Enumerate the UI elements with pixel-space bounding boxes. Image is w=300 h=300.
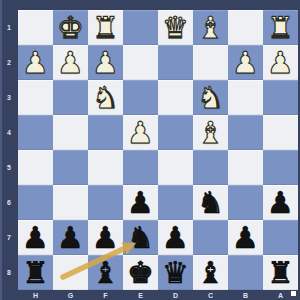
square-e6[interactable]: ♟ [123,185,158,220]
piece-black-king[interactable]: ♚ [127,255,154,290]
square-b6[interactable] [228,185,263,220]
square-d8[interactable]: ♛ [158,255,193,290]
rank-label-4: 4 [0,115,18,150]
piece-black-rook[interactable]: ♜ [22,255,49,290]
piece-white-knight[interactable]: ♞ [197,80,224,115]
square-c6[interactable]: ♞ [193,185,228,220]
square-g4[interactable] [53,115,88,150]
square-a7[interactable] [263,220,298,255]
piece-white-pawn[interactable]: ♟ [92,45,119,80]
piece-white-rook[interactable]: ♜ [92,10,119,45]
square-e2[interactable] [123,45,158,80]
square-f2[interactable]: ♟ [88,45,123,80]
piece-black-knight[interactable]: ♞ [197,185,224,220]
square-b4[interactable] [228,115,263,150]
square-h4[interactable] [18,115,53,150]
square-e8[interactable]: ♚ [123,255,158,290]
square-a6[interactable]: ♟ [263,185,298,220]
square-a1[interactable]: ♜ [263,10,298,45]
piece-black-pawn[interactable]: ♟ [232,220,259,255]
square-e1[interactable] [123,10,158,45]
square-c4[interactable]: ♝ [193,115,228,150]
square-d3[interactable] [158,80,193,115]
piece-black-pawn[interactable]: ♟ [22,220,49,255]
square-a5[interactable] [263,150,298,185]
file-label-e: E [123,290,158,300]
file-label-h: H [18,290,53,300]
piece-white-pawn[interactable]: ♟ [22,45,49,80]
square-g5[interactable] [53,150,88,185]
square-c7[interactable] [193,220,228,255]
square-b1[interactable] [228,10,263,45]
square-b8[interactable] [228,255,263,290]
square-f4[interactable] [88,115,123,150]
rank-label-8: 8 [0,255,18,290]
square-a3[interactable] [263,80,298,115]
piece-black-rook[interactable]: ♜ [267,255,294,290]
piece-white-pawn[interactable]: ♟ [232,45,259,80]
square-c1[interactable]: ♝ [193,10,228,45]
rank-label-1: 1 [0,10,18,45]
rank-label-3: 3 [0,80,18,115]
piece-black-queen[interactable]: ♛ [162,255,189,290]
chess-widget: 12345678 ♚♜♛♝♜♟♟♟♟♟♞♞♟♝♟♞♟♟♟♟♞♟♟♜♝♚♛♝♜ H… [0,0,300,300]
piece-black-pawn[interactable]: ♟ [162,220,189,255]
piece-white-king[interactable]: ♚ [57,10,84,45]
square-g7[interactable]: ♟ [53,220,88,255]
piece-black-pawn[interactable]: ♟ [267,185,294,220]
square-d5[interactable] [158,150,193,185]
square-h1[interactable] [18,10,53,45]
square-g8[interactable] [53,255,88,290]
square-b5[interactable] [228,150,263,185]
square-h3[interactable] [18,80,53,115]
piece-white-bishop[interactable]: ♝ [197,115,224,150]
piece-black-bishop[interactable]: ♝ [92,255,119,290]
piece-black-pawn[interactable]: ♟ [57,220,84,255]
square-c3[interactable]: ♞ [193,80,228,115]
file-label-g: G [53,290,88,300]
chess-board: ♚♜♛♝♜♟♟♟♟♟♞♞♟♝♟♞♟♟♟♟♞♟♟♜♝♚♛♝♜ [18,10,298,290]
square-g3[interactable] [53,80,88,115]
rank-label-5: 5 [0,150,18,185]
square-a8[interactable]: ♜ [263,255,298,290]
square-g6[interactable] [53,185,88,220]
rank-label-7: 7 [0,220,18,255]
square-f1[interactable]: ♜ [88,10,123,45]
piece-white-rook[interactable]: ♜ [267,10,294,45]
square-c5[interactable] [193,150,228,185]
square-h7[interactable]: ♟ [18,220,53,255]
square-h8[interactable]: ♜ [18,255,53,290]
square-e5[interactable] [123,150,158,185]
square-a4[interactable] [263,115,298,150]
rank-label-6: 6 [0,185,18,220]
piece-white-queen[interactable]: ♛ [162,10,189,45]
piece-black-pawn[interactable]: ♟ [92,220,119,255]
resize-handle[interactable] [291,291,296,296]
piece-black-bishop[interactable]: ♝ [197,255,224,290]
square-g1[interactable]: ♚ [53,10,88,45]
square-c2[interactable] [193,45,228,80]
square-f8[interactable]: ♝ [88,255,123,290]
square-h6[interactable] [18,185,53,220]
square-d4[interactable] [158,115,193,150]
file-labels: HGFEDCBA [18,290,298,300]
square-h2[interactable]: ♟ [18,45,53,80]
file-label-b: B [228,290,263,300]
square-f3[interactable]: ♞ [88,80,123,115]
rank-labels: 12345678 [0,10,18,290]
square-b3[interactable] [228,80,263,115]
square-g2[interactable]: ♟ [53,45,88,80]
square-e3[interactable] [123,80,158,115]
square-c8[interactable]: ♝ [193,255,228,290]
square-d7[interactable]: ♟ [158,220,193,255]
square-f6[interactable] [88,185,123,220]
square-e4[interactable]: ♟ [123,115,158,150]
square-a2[interactable]: ♟ [263,45,298,80]
square-d6[interactable] [158,185,193,220]
square-f5[interactable] [88,150,123,185]
square-e7[interactable]: ♞ [123,220,158,255]
piece-black-knight[interactable]: ♞ [127,220,154,255]
file-label-d: D [158,290,193,300]
file-label-c: C [193,290,228,300]
square-d1[interactable]: ♛ [158,10,193,45]
piece-white-knight[interactable]: ♞ [92,80,119,115]
rank-label-2: 2 [0,45,18,80]
square-h5[interactable] [18,150,53,185]
square-d2[interactable] [158,45,193,80]
square-b7[interactable]: ♟ [228,220,263,255]
square-b2[interactable]: ♟ [228,45,263,80]
piece-white-pawn[interactable]: ♟ [127,115,154,150]
square-f7[interactable]: ♟ [88,220,123,255]
piece-white-bishop[interactable]: ♝ [197,10,224,45]
file-label-f: F [88,290,123,300]
piece-white-pawn[interactable]: ♟ [57,45,84,80]
piece-white-pawn[interactable]: ♟ [267,45,294,80]
piece-black-pawn[interactable]: ♟ [127,185,154,220]
